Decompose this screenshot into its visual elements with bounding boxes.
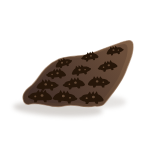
product-photo xyxy=(0,0,150,150)
mold-illustration xyxy=(0,0,150,150)
